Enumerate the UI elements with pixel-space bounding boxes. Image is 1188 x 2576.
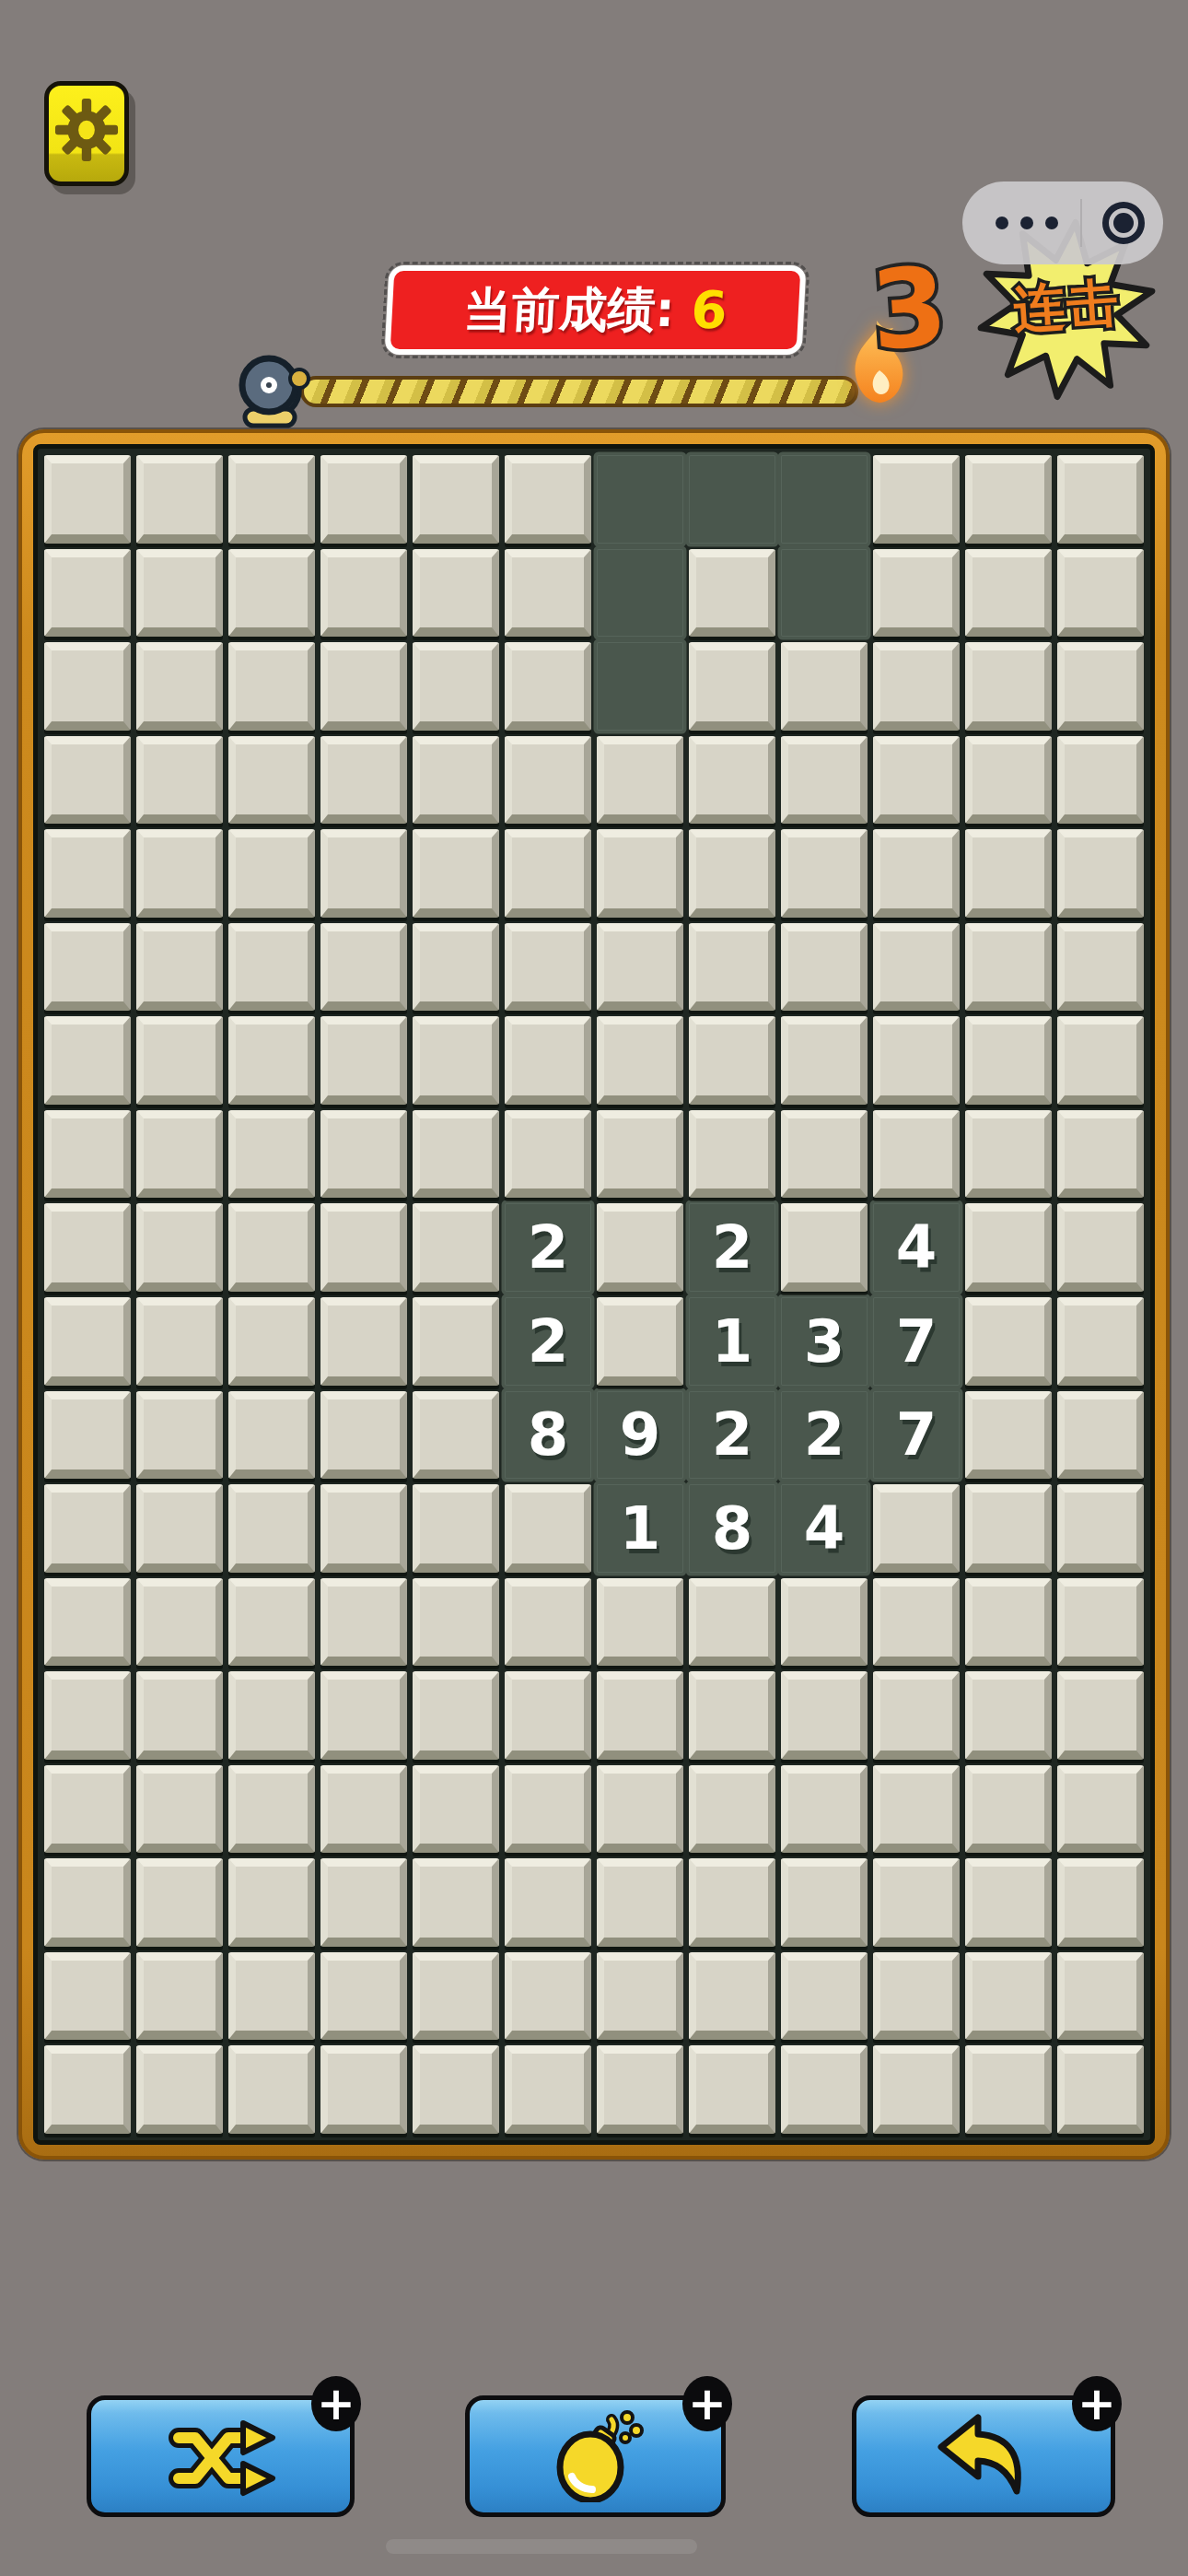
tile[interactable] xyxy=(413,1203,499,1292)
tile[interactable] xyxy=(136,1858,223,1947)
tile[interactable] xyxy=(965,1016,1052,1105)
tile[interactable] xyxy=(873,642,960,731)
tile[interactable] xyxy=(965,829,1052,918)
tile[interactable] xyxy=(136,1110,223,1199)
tile[interactable] xyxy=(873,1858,960,1947)
tile[interactable] xyxy=(597,1297,683,1386)
gear-icon xyxy=(52,96,121,164)
tile[interactable] xyxy=(44,455,131,544)
shuffle-button[interactable]: + xyxy=(87,2395,355,2517)
tile[interactable] xyxy=(689,736,775,825)
tile[interactable] xyxy=(44,1671,131,1760)
number-cell: 7 xyxy=(873,1391,960,1480)
number-cell: 1 xyxy=(689,1297,775,1386)
tile[interactable] xyxy=(781,1578,868,1667)
tile[interactable] xyxy=(1057,1110,1144,1199)
settings-button[interactable] xyxy=(44,81,129,186)
tile[interactable] xyxy=(136,1016,223,1105)
tile[interactable] xyxy=(597,736,683,825)
tile[interactable] xyxy=(781,736,868,825)
tile[interactable] xyxy=(320,829,407,918)
tile[interactable] xyxy=(228,642,315,731)
tile[interactable] xyxy=(873,549,960,638)
tile[interactable] xyxy=(413,1952,499,2041)
tile[interactable] xyxy=(597,1578,683,1667)
tile[interactable] xyxy=(44,642,131,731)
number-cell: 3 xyxy=(781,1297,868,1386)
tile[interactable] xyxy=(505,1858,591,1947)
tile[interactable] xyxy=(965,549,1052,638)
tile[interactable] xyxy=(228,923,315,1012)
tile[interactable] xyxy=(1057,829,1144,918)
tile[interactable] xyxy=(413,1671,499,1760)
tile[interactable] xyxy=(689,1016,775,1105)
tile[interactable] xyxy=(44,549,131,638)
add-shuffle-badge[interactable]: + xyxy=(311,2376,361,2431)
tile[interactable] xyxy=(597,1203,683,1292)
tile[interactable] xyxy=(965,736,1052,825)
tile[interactable] xyxy=(228,1391,315,1480)
tile[interactable] xyxy=(320,1297,407,1386)
tile[interactable] xyxy=(228,1297,315,1386)
tile[interactable] xyxy=(689,549,775,638)
combo-count: 3 xyxy=(867,242,951,374)
tile[interactable] xyxy=(965,1858,1052,1947)
tile[interactable] xyxy=(965,1110,1052,1199)
tile[interactable] xyxy=(965,1203,1052,1292)
tile[interactable] xyxy=(873,1952,960,2041)
tile-grid: 224213789227184 xyxy=(44,455,1144,2134)
ellipsis-icon xyxy=(996,217,1008,229)
number-cell: 2 xyxy=(505,1203,591,1292)
tile[interactable] xyxy=(689,1578,775,1667)
tile[interactable] xyxy=(1057,2045,1144,2134)
tile[interactable] xyxy=(689,2045,775,2134)
number-cell: 4 xyxy=(781,1484,868,1573)
tile[interactable] xyxy=(44,1952,131,2041)
tile[interactable] xyxy=(320,736,407,825)
number-cell: 2 xyxy=(689,1203,775,1292)
tile[interactable] xyxy=(44,2045,131,2134)
add-undo-badge[interactable]: + xyxy=(1072,2376,1122,2431)
tile[interactable] xyxy=(228,1578,315,1667)
tile[interactable] xyxy=(1057,1858,1144,1947)
tile[interactable] xyxy=(597,2045,683,2134)
tile[interactable] xyxy=(965,1484,1052,1573)
tile[interactable] xyxy=(1057,1765,1144,1854)
score-label: 当前成绩: xyxy=(462,278,676,343)
tile[interactable] xyxy=(689,1952,775,2041)
tile[interactable] xyxy=(44,1016,131,1105)
score-banner: 当前成绩: 6 xyxy=(384,265,806,355)
tile[interactable] xyxy=(965,1671,1052,1760)
tile[interactable] xyxy=(320,1484,407,1573)
tile[interactable] xyxy=(873,736,960,825)
tile[interactable] xyxy=(505,1484,591,1573)
tile[interactable] xyxy=(965,1578,1052,1667)
tile[interactable] xyxy=(136,829,223,918)
tile[interactable] xyxy=(781,829,868,918)
tile[interactable] xyxy=(413,455,499,544)
tile[interactable] xyxy=(44,1203,131,1292)
cleared-hole xyxy=(781,455,868,544)
tile[interactable] xyxy=(320,1016,407,1105)
tile[interactable] xyxy=(413,1391,499,1480)
tile[interactable] xyxy=(320,642,407,731)
tile[interactable] xyxy=(413,2045,499,2134)
tile[interactable] xyxy=(413,1016,499,1105)
tile[interactable] xyxy=(228,1110,315,1199)
shuffle-arrows-icon xyxy=(162,2410,280,2502)
tile[interactable] xyxy=(320,1765,407,1854)
combo-label: 连击 xyxy=(1011,268,1123,345)
tile[interactable] xyxy=(1057,923,1144,1012)
tile[interactable] xyxy=(44,1578,131,1667)
tile[interactable] xyxy=(320,1110,407,1199)
tile[interactable] xyxy=(781,1765,868,1854)
tile[interactable] xyxy=(44,1484,131,1573)
tile[interactable] xyxy=(597,1765,683,1854)
tile[interactable] xyxy=(44,1765,131,1854)
tile[interactable] xyxy=(228,455,315,544)
bomb-button[interactable]: + xyxy=(465,2395,726,2517)
tile[interactable] xyxy=(228,1858,315,1947)
game-screen: 连击 3 当前成绩: 6 xyxy=(0,0,1188,2576)
tile[interactable] xyxy=(597,923,683,1012)
tile[interactable] xyxy=(781,1110,868,1199)
tile[interactable] xyxy=(1057,1203,1144,1292)
tile[interactable] xyxy=(505,549,591,638)
puzzle-board: 224213789227184 xyxy=(18,429,1170,2160)
tile[interactable] xyxy=(965,642,1052,731)
tile[interactable] xyxy=(689,829,775,918)
tile[interactable] xyxy=(1057,736,1144,825)
cleared-hole xyxy=(597,455,683,544)
tile[interactable] xyxy=(320,1952,407,2041)
tile[interactable] xyxy=(597,829,683,918)
tile[interactable] xyxy=(505,1578,591,1667)
tile[interactable] xyxy=(320,1391,407,1480)
tile[interactable] xyxy=(320,923,407,1012)
tile[interactable] xyxy=(505,829,591,918)
tile[interactable] xyxy=(597,1952,683,2041)
tile[interactable] xyxy=(228,1952,315,2041)
tile[interactable] xyxy=(1057,1578,1144,1667)
mini-program-capsule xyxy=(962,181,1163,264)
exit-button[interactable] xyxy=(1102,202,1145,244)
number-cell: 1 xyxy=(597,1484,683,1573)
tile[interactable] xyxy=(1057,549,1144,638)
tile[interactable] xyxy=(781,1858,868,1947)
tile[interactable] xyxy=(136,1671,223,1760)
tile[interactable] xyxy=(44,1110,131,1199)
cleared-hole xyxy=(597,642,683,731)
tile[interactable] xyxy=(136,1952,223,2041)
tile[interactable] xyxy=(44,736,131,825)
tile[interactable] xyxy=(965,923,1052,1012)
capsule-divider xyxy=(1080,199,1082,247)
tile[interactable] xyxy=(136,1765,223,1854)
ellipsis-icon xyxy=(1020,217,1033,229)
tile[interactable] xyxy=(1057,1952,1144,2041)
tile[interactable] xyxy=(505,1952,591,2041)
tile[interactable] xyxy=(781,1671,868,1760)
tile[interactable] xyxy=(505,1110,591,1199)
tile[interactable] xyxy=(505,736,591,825)
tile[interactable] xyxy=(413,549,499,638)
tile[interactable] xyxy=(597,1671,683,1760)
tile[interactable] xyxy=(413,829,499,918)
tile[interactable] xyxy=(1057,1671,1144,1760)
tile[interactable] xyxy=(873,1110,960,1199)
tile[interactable] xyxy=(413,642,499,731)
tile[interactable] xyxy=(505,1765,591,1854)
tile[interactable] xyxy=(1057,642,1144,731)
tile[interactable] xyxy=(873,455,960,544)
tile[interactable] xyxy=(505,1671,591,1760)
tile[interactable] xyxy=(689,1110,775,1199)
tile[interactable] xyxy=(505,2045,591,2134)
undo-button[interactable]: + xyxy=(852,2395,1115,2517)
tile[interactable] xyxy=(320,1203,407,1292)
tile[interactable] xyxy=(228,1016,315,1105)
tile[interactable] xyxy=(965,1297,1052,1386)
number-cell: 9 xyxy=(597,1391,683,1480)
tile[interactable] xyxy=(136,1297,223,1386)
tile[interactable] xyxy=(873,1484,960,1573)
tile[interactable] xyxy=(413,1297,499,1386)
tile[interactable] xyxy=(44,1858,131,1947)
cleared-hole xyxy=(597,549,683,638)
tile[interactable] xyxy=(689,1765,775,1854)
number-cell: 2 xyxy=(781,1391,868,1480)
tile[interactable] xyxy=(413,923,499,1012)
tile[interactable] xyxy=(873,1578,960,1667)
number-cell: 4 xyxy=(873,1203,960,1292)
tile[interactable] xyxy=(873,1016,960,1105)
fuse-rope xyxy=(300,376,858,407)
tile[interactable] xyxy=(965,1391,1052,1480)
tile[interactable] xyxy=(965,2045,1052,2134)
tile[interactable] xyxy=(1057,1484,1144,1573)
tile[interactable] xyxy=(320,1858,407,1947)
number-cell: 2 xyxy=(505,1297,591,1386)
tile[interactable] xyxy=(228,2045,315,2134)
tile[interactable] xyxy=(873,829,960,918)
tile[interactable] xyxy=(228,829,315,918)
tile[interactable] xyxy=(413,1858,499,1947)
number-cell: 8 xyxy=(689,1484,775,1573)
tile[interactable] xyxy=(597,1858,683,1947)
tile[interactable] xyxy=(873,1671,960,1760)
tile[interactable] xyxy=(136,642,223,731)
tile[interactable] xyxy=(228,1203,315,1292)
bell-icon xyxy=(227,350,322,439)
tile[interactable] xyxy=(965,1952,1052,2041)
tile[interactable] xyxy=(136,549,223,638)
number-cell: 2 xyxy=(689,1391,775,1480)
tile[interactable] xyxy=(689,1671,775,1760)
tile[interactable] xyxy=(228,736,315,825)
undo-arrow-icon xyxy=(925,2410,1042,2502)
tile[interactable] xyxy=(689,1858,775,1947)
more-button[interactable] xyxy=(996,217,1058,229)
add-bomb-badge[interactable]: + xyxy=(682,2376,732,2431)
tile[interactable] xyxy=(413,1484,499,1573)
tile[interactable] xyxy=(965,1765,1052,1854)
tile[interactable] xyxy=(413,1765,499,1854)
tile[interactable] xyxy=(1057,455,1144,544)
number-cell: 7 xyxy=(873,1297,960,1386)
tile[interactable] xyxy=(689,923,775,1012)
tile[interactable] xyxy=(413,1578,499,1667)
cleared-hole xyxy=(781,549,868,638)
tile[interactable] xyxy=(136,455,223,544)
tile[interactable] xyxy=(1057,1016,1144,1105)
tile[interactable] xyxy=(505,923,591,1012)
ellipsis-icon xyxy=(1045,217,1058,229)
tile[interactable] xyxy=(136,2045,223,2134)
tile[interactable] xyxy=(136,1391,223,1480)
tile[interactable] xyxy=(136,1484,223,1573)
tile[interactable] xyxy=(320,1671,407,1760)
tile[interactable] xyxy=(44,829,131,918)
tile[interactable] xyxy=(1057,1391,1144,1480)
tile[interactable] xyxy=(781,642,868,731)
tile[interactable] xyxy=(136,736,223,825)
tile[interactable] xyxy=(597,1016,683,1105)
tile[interactable] xyxy=(413,1110,499,1199)
number-cell: 8 xyxy=(505,1391,591,1480)
tile[interactable] xyxy=(965,455,1052,544)
tile[interactable] xyxy=(44,1297,131,1386)
tile[interactable] xyxy=(597,1110,683,1199)
tile[interactable] xyxy=(136,1203,223,1292)
tile[interactable] xyxy=(1057,1297,1144,1386)
tile[interactable] xyxy=(873,1765,960,1854)
tile[interactable] xyxy=(781,1016,868,1105)
tile[interactable] xyxy=(228,1765,315,1854)
tile[interactable] xyxy=(320,1578,407,1667)
ground-highlight xyxy=(386,2539,697,2554)
tile[interactable] xyxy=(320,455,407,544)
board-inner: 224213789227184 xyxy=(33,444,1155,2145)
tile[interactable] xyxy=(781,1952,868,2041)
cleared-hole xyxy=(689,455,775,544)
tile[interactable] xyxy=(228,549,315,638)
tile[interactable] xyxy=(873,2045,960,2134)
tile[interactable] xyxy=(505,455,591,544)
tile[interactable] xyxy=(44,1391,131,1480)
bomb-icon xyxy=(537,2410,655,2502)
tile[interactable] xyxy=(413,736,499,825)
tile[interactable] xyxy=(781,1203,868,1292)
tile[interactable] xyxy=(136,1578,223,1667)
tile[interactable] xyxy=(44,923,131,1012)
tile[interactable] xyxy=(320,549,407,638)
tile[interactable] xyxy=(228,1484,315,1573)
tile[interactable] xyxy=(505,1016,591,1105)
tile[interactable] xyxy=(228,1671,315,1760)
tile[interactable] xyxy=(136,923,223,1012)
tile[interactable] xyxy=(873,923,960,1012)
tile[interactable] xyxy=(781,2045,868,2134)
tile[interactable] xyxy=(689,642,775,731)
tile[interactable] xyxy=(505,642,591,731)
tile[interactable] xyxy=(320,2045,407,2134)
score-value: 6 xyxy=(690,280,728,340)
tile[interactable] xyxy=(781,923,868,1012)
